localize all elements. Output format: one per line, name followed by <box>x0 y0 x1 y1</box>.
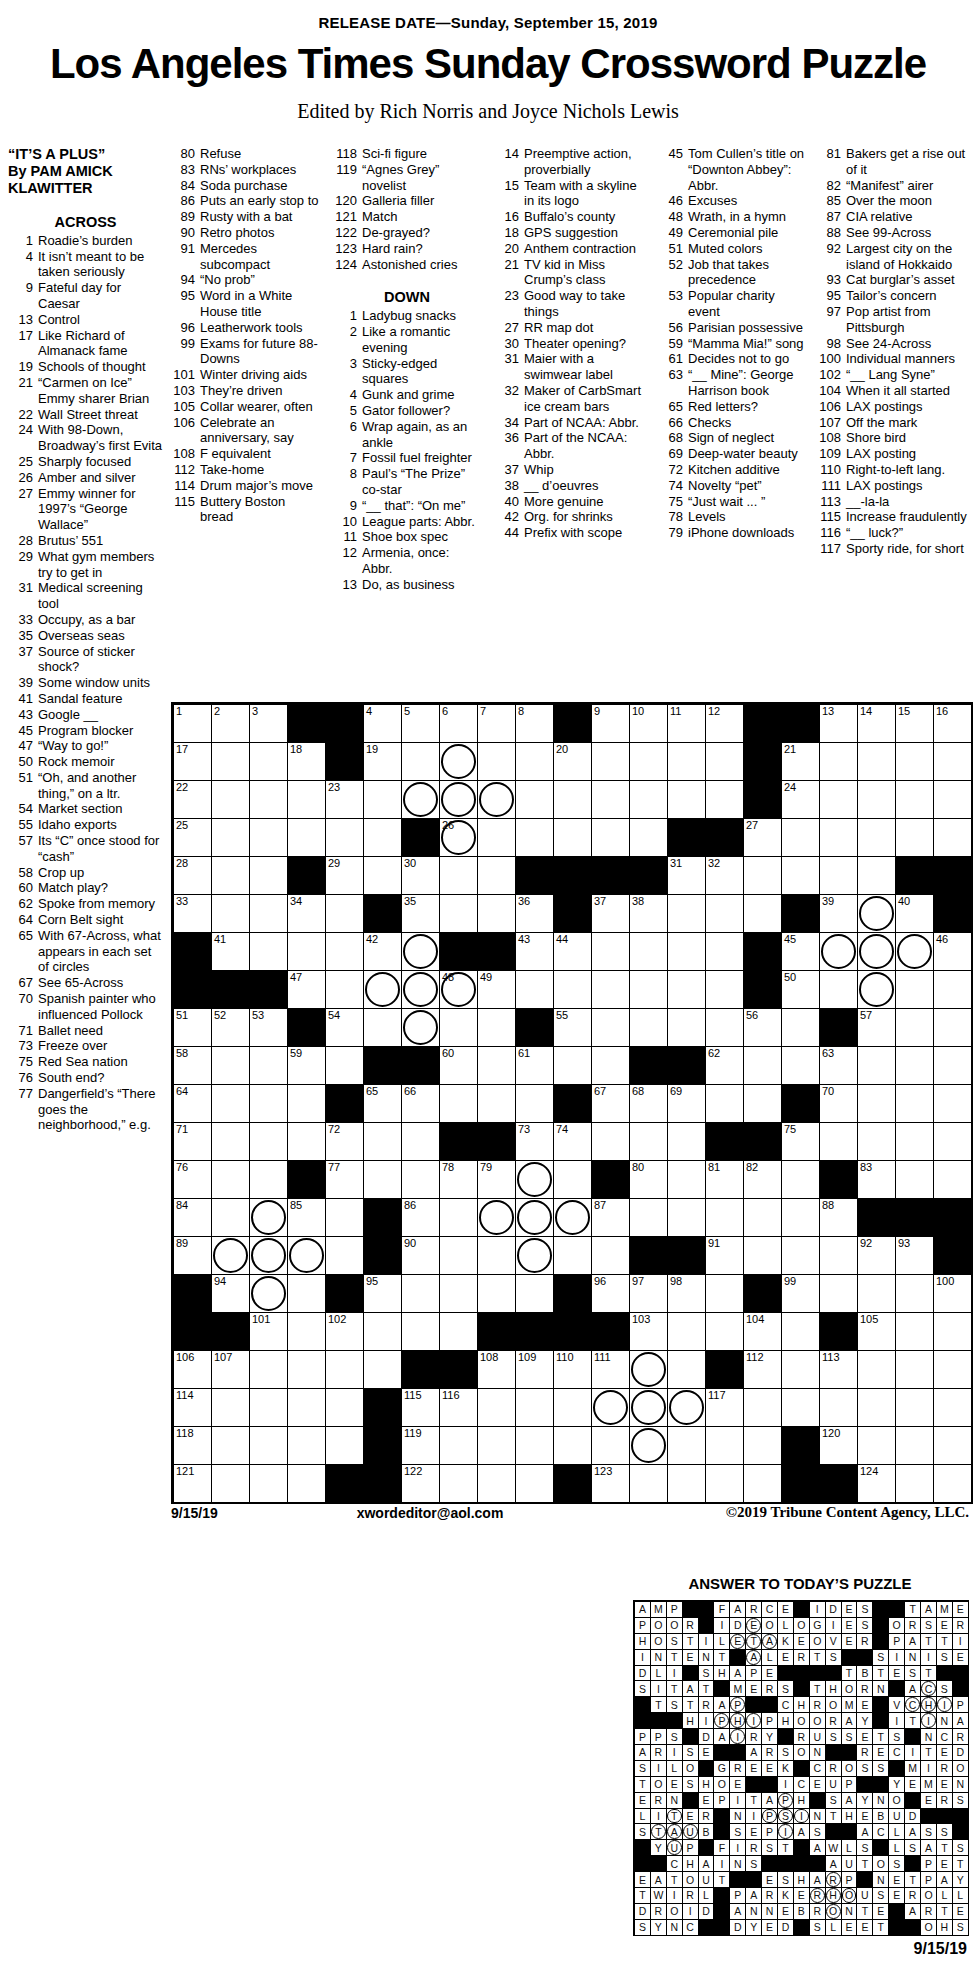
grid-cell[interactable] <box>933 970 971 1008</box>
grid-cell[interactable] <box>477 1388 515 1426</box>
grid-cell[interactable] <box>819 1388 857 1426</box>
grid-cell[interactable] <box>477 1046 515 1084</box>
grid-cell[interactable] <box>781 856 819 894</box>
grid-cell[interactable] <box>819 780 857 818</box>
grid-cell[interactable]: 124 <box>857 1464 895 1502</box>
grid-cell[interactable]: 2 <box>211 704 249 742</box>
grid-cell[interactable]: 86 <box>401 1198 439 1236</box>
grid-cell[interactable]: 49 <box>477 970 515 1008</box>
grid-cell[interactable] <box>933 1350 971 1388</box>
grid-cell[interactable] <box>515 1388 553 1426</box>
grid-cell[interactable] <box>249 1274 287 1312</box>
grid-cell[interactable]: 67 <box>591 1084 629 1122</box>
grid-cell[interactable]: 19 <box>363 742 401 780</box>
grid-cell[interactable]: 15 <box>895 704 933 742</box>
grid-cell[interactable] <box>325 1198 363 1236</box>
grid-cell[interactable] <box>667 932 705 970</box>
grid-cell[interactable] <box>439 1426 477 1464</box>
grid-cell[interactable]: 118 <box>173 1426 211 1464</box>
grid-cell[interactable] <box>629 742 667 780</box>
grid-cell[interactable] <box>705 1426 743 1464</box>
grid-cell[interactable] <box>857 894 895 932</box>
grid-cell[interactable]: 108 <box>477 1350 515 1388</box>
grid-cell[interactable] <box>591 1426 629 1464</box>
grid-cell[interactable]: 51 <box>173 1008 211 1046</box>
grid-cell[interactable]: 10 <box>629 704 667 742</box>
grid-cell[interactable]: 56 <box>743 1008 781 1046</box>
grid-cell[interactable] <box>819 742 857 780</box>
grid-cell[interactable]: 21 <box>781 742 819 780</box>
grid-cell[interactable] <box>477 1198 515 1236</box>
grid-cell[interactable] <box>249 1122 287 1160</box>
grid-cell[interactable]: 16 <box>933 704 971 742</box>
grid-cell[interactable]: 117 <box>705 1388 743 1426</box>
grid-cell[interactable]: 122 <box>401 1464 439 1502</box>
grid-cell[interactable] <box>819 1274 857 1312</box>
grid-cell[interactable] <box>895 970 933 1008</box>
grid-cell[interactable] <box>477 894 515 932</box>
grid-cell[interactable]: 18 <box>287 742 325 780</box>
grid-cell[interactable] <box>249 1160 287 1198</box>
grid-cell[interactable] <box>667 1198 705 1236</box>
grid-cell[interactable] <box>819 970 857 1008</box>
grid-cell[interactable]: 93 <box>895 1236 933 1274</box>
grid-cell[interactable] <box>287 1312 325 1350</box>
grid-cell[interactable]: 33 <box>173 894 211 932</box>
grid-cell[interactable] <box>477 1274 515 1312</box>
grid-cell[interactable] <box>781 1160 819 1198</box>
grid-cell[interactable] <box>933 1122 971 1160</box>
grid-cell[interactable]: 74 <box>553 1122 591 1160</box>
grid-cell[interactable]: 8 <box>515 704 553 742</box>
grid-cell[interactable] <box>667 742 705 780</box>
grid-cell[interactable] <box>211 1046 249 1084</box>
grid-cell[interactable] <box>325 932 363 970</box>
grid-cell[interactable]: 73 <box>515 1122 553 1160</box>
grid-cell[interactable] <box>439 1198 477 1236</box>
grid-cell[interactable] <box>933 742 971 780</box>
grid-cell[interactable] <box>515 818 553 856</box>
grid-cell[interactable]: 84 <box>173 1198 211 1236</box>
grid-cell[interactable] <box>705 1464 743 1502</box>
grid-cell[interactable] <box>287 818 325 856</box>
grid-cell[interactable] <box>629 1388 667 1426</box>
grid-cell[interactable] <box>363 1008 401 1046</box>
grid-cell[interactable] <box>781 1312 819 1350</box>
grid-cell[interactable] <box>553 1046 591 1084</box>
grid-cell[interactable]: 9 <box>591 704 629 742</box>
grid-cell[interactable] <box>705 780 743 818</box>
grid-cell[interactable] <box>857 818 895 856</box>
grid-cell[interactable]: 23 <box>325 780 363 818</box>
grid-cell[interactable] <box>553 1160 591 1198</box>
grid-cell[interactable]: 59 <box>287 1046 325 1084</box>
grid-cell[interactable]: 26 <box>439 818 477 856</box>
grid-cell[interactable]: 7 <box>477 704 515 742</box>
grid-cell[interactable]: 104 <box>743 1312 781 1350</box>
grid-cell[interactable]: 57 <box>857 1008 895 1046</box>
grid-cell[interactable]: 72 <box>325 1122 363 1160</box>
grid-cell[interactable] <box>857 742 895 780</box>
grid-cell[interactable] <box>705 1274 743 1312</box>
grid-cell[interactable]: 83 <box>857 1160 895 1198</box>
grid-cell[interactable] <box>477 1426 515 1464</box>
grid-cell[interactable]: 14 <box>857 704 895 742</box>
grid-cell[interactable] <box>363 970 401 1008</box>
grid-cell[interactable]: 79 <box>477 1160 515 1198</box>
grid-cell[interactable] <box>515 1464 553 1502</box>
grid-cell[interactable] <box>515 1274 553 1312</box>
grid-cell[interactable] <box>401 742 439 780</box>
grid-cell[interactable]: 80 <box>629 1160 667 1198</box>
grid-cell[interactable] <box>667 1388 705 1426</box>
grid-cell[interactable]: 25 <box>173 818 211 856</box>
grid-cell[interactable] <box>249 1236 287 1274</box>
grid-cell[interactable] <box>477 818 515 856</box>
grid-cell[interactable] <box>781 1198 819 1236</box>
grid-cell[interactable]: 95 <box>363 1274 401 1312</box>
grid-cell[interactable]: 120 <box>819 1426 857 1464</box>
grid-cell[interactable]: 46 <box>933 932 971 970</box>
grid-cell[interactable] <box>401 1274 439 1312</box>
grid-cell[interactable] <box>819 1122 857 1160</box>
grid-cell[interactable] <box>325 970 363 1008</box>
grid-cell[interactable] <box>781 1236 819 1274</box>
grid-cell[interactable] <box>629 1198 667 1236</box>
grid-cell[interactable] <box>895 932 933 970</box>
grid-cell[interactable] <box>211 780 249 818</box>
grid-cell[interactable] <box>515 1236 553 1274</box>
grid-cell[interactable]: 85 <box>287 1198 325 1236</box>
grid-cell[interactable] <box>439 894 477 932</box>
grid-cell[interactable]: 6 <box>439 704 477 742</box>
grid-cell[interactable] <box>439 856 477 894</box>
grid-cell[interactable]: 42 <box>363 932 401 970</box>
grid-cell[interactable] <box>743 1464 781 1502</box>
grid-cell[interactable] <box>895 742 933 780</box>
grid-cell[interactable] <box>211 856 249 894</box>
grid-cell[interactable]: 106 <box>173 1350 211 1388</box>
grid-cell[interactable]: 82 <box>743 1160 781 1198</box>
grid-cell[interactable] <box>705 1084 743 1122</box>
grid-cell[interactable] <box>553 1388 591 1426</box>
grid-cell[interactable] <box>591 1008 629 1046</box>
grid-cell[interactable] <box>743 1046 781 1084</box>
grid-cell[interactable]: 61 <box>515 1046 553 1084</box>
grid-cell[interactable] <box>705 1198 743 1236</box>
grid-cell[interactable] <box>819 856 857 894</box>
grid-cell[interactable]: 28 <box>173 856 211 894</box>
grid-cell[interactable]: 53 <box>249 1008 287 1046</box>
grid-cell[interactable]: 105 <box>857 1312 895 1350</box>
grid-cell[interactable] <box>363 780 401 818</box>
grid-cell[interactable] <box>325 1046 363 1084</box>
grid-cell[interactable] <box>439 742 477 780</box>
grid-cell[interactable]: 41 <box>211 932 249 970</box>
grid-cell[interactable]: 38 <box>629 894 667 932</box>
grid-cell[interactable] <box>363 818 401 856</box>
grid-cell[interactable]: 96 <box>591 1274 629 1312</box>
grid-cell[interactable] <box>895 1046 933 1084</box>
grid-cell[interactable] <box>933 1426 971 1464</box>
grid-cell[interactable]: 37 <box>591 894 629 932</box>
grid-cell[interactable] <box>591 970 629 1008</box>
grid-cell[interactable] <box>553 970 591 1008</box>
grid-cell[interactable] <box>249 1426 287 1464</box>
grid-cell[interactable] <box>439 1236 477 1274</box>
grid-cell[interactable] <box>629 970 667 1008</box>
grid-cell[interactable] <box>249 1388 287 1426</box>
grid-cell[interactable] <box>591 1388 629 1426</box>
grid-cell[interactable] <box>363 856 401 894</box>
grid-cell[interactable] <box>895 1388 933 1426</box>
grid-cell[interactable]: 100 <box>933 1274 971 1312</box>
grid-cell[interactable]: 102 <box>325 1312 363 1350</box>
grid-cell[interactable] <box>515 780 553 818</box>
grid-cell[interactable]: 99 <box>781 1274 819 1312</box>
grid-cell[interactable]: 91 <box>705 1236 743 1274</box>
grid-cell[interactable] <box>857 932 895 970</box>
grid-cell[interactable] <box>477 742 515 780</box>
grid-cell[interactable] <box>705 742 743 780</box>
grid-cell[interactable] <box>591 1236 629 1274</box>
grid-cell[interactable] <box>667 1464 705 1502</box>
grid-cell[interactable] <box>857 1426 895 1464</box>
grid-cell[interactable] <box>515 1198 553 1236</box>
grid-cell[interactable] <box>325 894 363 932</box>
grid-cell[interactable] <box>211 1160 249 1198</box>
grid-cell[interactable] <box>895 1084 933 1122</box>
grid-cell[interactable] <box>895 1312 933 1350</box>
grid-cell[interactable] <box>211 742 249 780</box>
grid-cell[interactable] <box>401 1122 439 1160</box>
grid-cell[interactable] <box>895 1008 933 1046</box>
grid-cell[interactable]: 31 <box>667 856 705 894</box>
grid-cell[interactable] <box>857 1388 895 1426</box>
grid-cell[interactable]: 69 <box>667 1084 705 1122</box>
grid-cell[interactable]: 119 <box>401 1426 439 1464</box>
grid-cell[interactable] <box>667 780 705 818</box>
grid-cell[interactable] <box>743 1236 781 1274</box>
grid-cell[interactable] <box>629 818 667 856</box>
grid-cell[interactable]: 36 <box>515 894 553 932</box>
grid-cell[interactable] <box>895 1426 933 1464</box>
grid-cell[interactable] <box>439 1464 477 1502</box>
grid-cell[interactable] <box>211 1464 249 1502</box>
grid-cell[interactable] <box>857 1084 895 1122</box>
grid-cell[interactable]: 11 <box>667 704 705 742</box>
grid-cell[interactable] <box>781 818 819 856</box>
grid-cell[interactable] <box>629 1426 667 1464</box>
grid-cell[interactable]: 54 <box>325 1008 363 1046</box>
grid-cell[interactable] <box>705 894 743 932</box>
grid-cell[interactable]: 87 <box>591 1198 629 1236</box>
grid-cell[interactable]: 97 <box>629 1274 667 1312</box>
grid-cell[interactable] <box>591 1046 629 1084</box>
grid-cell[interactable] <box>743 1426 781 1464</box>
grid-cell[interactable] <box>857 1350 895 1388</box>
grid-cell[interactable] <box>439 1008 477 1046</box>
grid-cell[interactable] <box>249 932 287 970</box>
grid-cell[interactable] <box>933 1084 971 1122</box>
grid-cell[interactable] <box>629 1464 667 1502</box>
grid-cell[interactable] <box>515 1426 553 1464</box>
grid-cell[interactable] <box>325 818 363 856</box>
grid-cell[interactable] <box>515 970 553 1008</box>
grid-cell[interactable]: 32 <box>705 856 743 894</box>
grid-cell[interactable] <box>895 1274 933 1312</box>
grid-cell[interactable] <box>363 1350 401 1388</box>
grid-cell[interactable] <box>857 970 895 1008</box>
grid-cell[interactable]: 116 <box>439 1388 477 1426</box>
grid-cell[interactable]: 66 <box>401 1084 439 1122</box>
grid-cell[interactable] <box>553 1236 591 1274</box>
grid-cell[interactable] <box>287 1350 325 1388</box>
grid-cell[interactable]: 64 <box>173 1084 211 1122</box>
grid-cell[interactable] <box>325 1236 363 1274</box>
grid-cell[interactable] <box>249 742 287 780</box>
grid-cell[interactable] <box>667 1312 705 1350</box>
grid-cell[interactable] <box>211 1426 249 1464</box>
grid-cell[interactable] <box>325 1426 363 1464</box>
grid-cell[interactable] <box>705 932 743 970</box>
grid-cell[interactable]: 62 <box>705 1046 743 1084</box>
grid-cell[interactable]: 63 <box>819 1046 857 1084</box>
grid-cell[interactable] <box>667 1008 705 1046</box>
grid-cell[interactable]: 75 <box>781 1122 819 1160</box>
grid-cell[interactable] <box>401 780 439 818</box>
grid-cell[interactable] <box>933 780 971 818</box>
grid-cell[interactable] <box>667 1350 705 1388</box>
grid-cell[interactable]: 90 <box>401 1236 439 1274</box>
grid-cell[interactable] <box>857 780 895 818</box>
grid-cell[interactable] <box>933 1008 971 1046</box>
grid-cell[interactable] <box>895 1122 933 1160</box>
grid-cell[interactable] <box>401 1008 439 1046</box>
grid-cell[interactable]: 12 <box>705 704 743 742</box>
grid-cell[interactable] <box>629 780 667 818</box>
grid-cell[interactable]: 4 <box>363 704 401 742</box>
grid-cell[interactable] <box>287 1464 325 1502</box>
grid-cell[interactable] <box>629 1122 667 1160</box>
grid-cell[interactable] <box>287 1236 325 1274</box>
grid-cell[interactable]: 17 <box>173 742 211 780</box>
grid-cell[interactable] <box>477 1084 515 1122</box>
grid-cell[interactable]: 81 <box>705 1160 743 1198</box>
grid-cell[interactable] <box>933 1046 971 1084</box>
grid-cell[interactable]: 27 <box>743 818 781 856</box>
grid-cell[interactable] <box>933 1160 971 1198</box>
grid-cell[interactable]: 109 <box>515 1350 553 1388</box>
grid-cell[interactable]: 121 <box>173 1464 211 1502</box>
grid-cell[interactable] <box>705 970 743 1008</box>
grid-cell[interactable] <box>781 1388 819 1426</box>
grid-cell[interactable] <box>211 1122 249 1160</box>
grid-cell[interactable]: 52 <box>211 1008 249 1046</box>
grid-cell[interactable] <box>401 1160 439 1198</box>
grid-cell[interactable] <box>857 1122 895 1160</box>
grid-cell[interactable]: 89 <box>173 1236 211 1274</box>
grid-cell[interactable]: 55 <box>553 1008 591 1046</box>
grid-cell[interactable] <box>933 1312 971 1350</box>
grid-cell[interactable] <box>895 1464 933 1502</box>
grid-cell[interactable]: 70 <box>819 1084 857 1122</box>
grid-cell[interactable] <box>629 1008 667 1046</box>
grid-cell[interactable]: 92 <box>857 1236 895 1274</box>
grid-cell[interactable] <box>743 894 781 932</box>
grid-cell[interactable] <box>743 856 781 894</box>
grid-cell[interactable] <box>515 1084 553 1122</box>
grid-cell[interactable] <box>933 1464 971 1502</box>
grid-cell[interactable] <box>249 1084 287 1122</box>
grid-cell[interactable] <box>211 1236 249 1274</box>
grid-cell[interactable] <box>667 1160 705 1198</box>
grid-cell[interactable] <box>591 1122 629 1160</box>
grid-cell[interactable] <box>591 780 629 818</box>
grid-cell[interactable]: 71 <box>173 1122 211 1160</box>
grid-cell[interactable] <box>287 1426 325 1464</box>
grid-cell[interactable]: 123 <box>591 1464 629 1502</box>
grid-cell[interactable] <box>743 1084 781 1122</box>
grid-cell[interactable] <box>553 1198 591 1236</box>
grid-cell[interactable]: 3 <box>249 704 287 742</box>
grid-cell[interactable]: 35 <box>401 894 439 932</box>
grid-cell[interactable] <box>515 742 553 780</box>
grid-cell[interactable] <box>705 1312 743 1350</box>
grid-cell[interactable]: 103 <box>629 1312 667 1350</box>
grid-cell[interactable]: 114 <box>173 1388 211 1426</box>
grid-cell[interactable] <box>477 1464 515 1502</box>
grid-cell[interactable]: 24 <box>781 780 819 818</box>
grid-cell[interactable] <box>591 818 629 856</box>
grid-cell[interactable]: 101 <box>249 1312 287 1350</box>
grid-cell[interactable]: 94 <box>211 1274 249 1312</box>
grid-cell[interactable] <box>781 1350 819 1388</box>
grid-cell[interactable] <box>553 818 591 856</box>
grid-cell[interactable]: 76 <box>173 1160 211 1198</box>
grid-cell[interactable] <box>667 1122 705 1160</box>
grid-cell[interactable]: 45 <box>781 932 819 970</box>
grid-cell[interactable]: 20 <box>553 742 591 780</box>
grid-cell[interactable] <box>477 1236 515 1274</box>
grid-cell[interactable]: 111 <box>591 1350 629 1388</box>
grid-cell[interactable] <box>249 1046 287 1084</box>
grid-cell[interactable] <box>629 932 667 970</box>
grid-cell[interactable]: 58 <box>173 1046 211 1084</box>
grid-cell[interactable] <box>477 856 515 894</box>
grid-cell[interactable] <box>743 1198 781 1236</box>
grid-cell[interactable] <box>287 1122 325 1160</box>
grid-cell[interactable] <box>249 856 287 894</box>
grid-cell[interactable] <box>895 780 933 818</box>
grid-cell[interactable] <box>819 1236 857 1274</box>
grid-cell[interactable] <box>895 1350 933 1388</box>
grid-cell[interactable]: 1 <box>173 704 211 742</box>
grid-cell[interactable]: 77 <box>325 1160 363 1198</box>
grid-cell[interactable] <box>363 1160 401 1198</box>
grid-cell[interactable]: 48 <box>439 970 477 1008</box>
grid-cell[interactable] <box>249 1350 287 1388</box>
grid-cell[interactable] <box>781 1008 819 1046</box>
grid-cell[interactable] <box>857 856 895 894</box>
grid-cell[interactable]: 39 <box>819 894 857 932</box>
grid-cell[interactable] <box>249 1198 287 1236</box>
grid-cell[interactable] <box>401 932 439 970</box>
grid-cell[interactable]: 50 <box>781 970 819 1008</box>
grid-cell[interactable] <box>895 1160 933 1198</box>
grid-cell[interactable] <box>477 1008 515 1046</box>
grid-cell[interactable] <box>933 818 971 856</box>
